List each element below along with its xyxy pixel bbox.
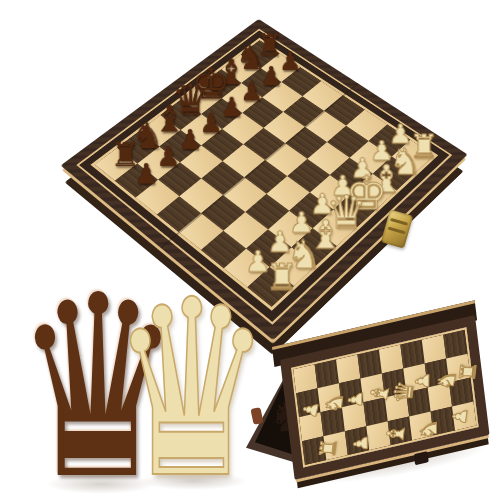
loose-piece-light-rook[interactable]: ♜ bbox=[457, 362, 481, 383]
loose-piece-light-pawn[interactable]: ♟ bbox=[352, 434, 371, 453]
square-e5[interactable] bbox=[243, 128, 285, 160]
piece-dark-pawn[interactable]: ♟ bbox=[178, 126, 202, 153]
loose-piece-light-pawn[interactable]: ♟ bbox=[449, 407, 470, 425]
loose-piece-light-rook[interactable]: ♜ bbox=[317, 438, 341, 459]
piece-light-queen[interactable]: ♛ bbox=[110, 290, 272, 490]
product-photo: ♜♞♝♛♚♝♞♜♟♟♟♟♟♟♟♟♟♟♟♟♟♟♟♟♜♞♝♛♚♝♞♜ ♛ ♛ ♞ ♟… bbox=[0, 0, 500, 500]
display-queen-light[interactable]: ♛ bbox=[132, 286, 250, 490]
loose-piece-light-pawn[interactable]: ♟ bbox=[413, 372, 432, 391]
loose-piece-light-pawn[interactable]: ♟ bbox=[346, 390, 365, 409]
loose-piece-light-knight[interactable]: ♞ bbox=[418, 418, 441, 441]
square-f4[interactable] bbox=[285, 127, 327, 159]
piece-dark-pawn[interactable]: ♟ bbox=[156, 143, 180, 170]
piece-dark-pawn[interactable]: ♟ bbox=[240, 78, 263, 104]
piece-dark-pawn[interactable]: ♟ bbox=[220, 94, 243, 120]
piece-dark-pawn[interactable]: ♟ bbox=[134, 160, 159, 188]
loose-piece-light-pawn[interactable]: ♟ bbox=[300, 400, 322, 420]
piece-dark-pawn[interactable]: ♟ bbox=[199, 110, 223, 137]
loose-piece-light-bishop[interactable]: ♝ bbox=[383, 422, 409, 445]
